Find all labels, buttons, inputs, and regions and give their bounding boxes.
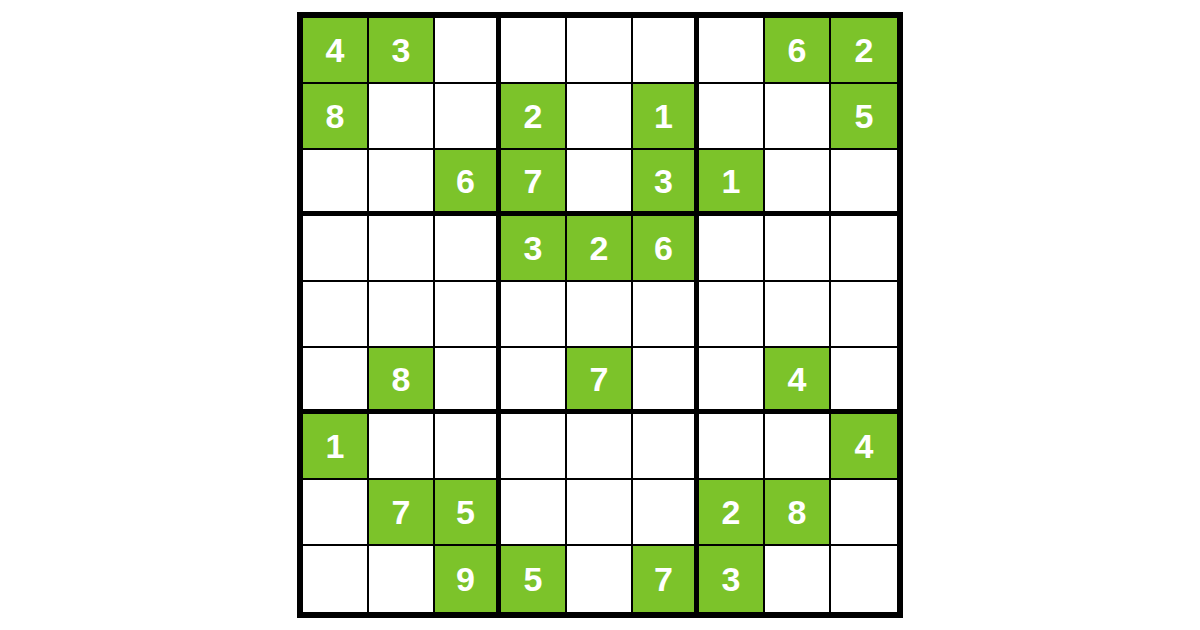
cell-r8c8[interactable]: 8 — [765, 480, 831, 546]
cell-r8c1[interactable] — [303, 480, 369, 546]
cell-r6c8[interactable]: 4 — [765, 348, 831, 414]
cell-r2c2[interactable] — [369, 84, 435, 150]
cell-r9c8[interactable] — [765, 546, 831, 612]
cell-r9c1[interactable] — [303, 546, 369, 612]
cell-r1c6[interactable] — [633, 18, 699, 84]
cell-r5c3[interactable] — [435, 282, 501, 348]
cell-r4c8[interactable] — [765, 216, 831, 282]
cell-r8c7[interactable]: 2 — [699, 480, 765, 546]
cell-r3c2[interactable] — [369, 150, 435, 216]
sudoku-grid: 4362821567313268741475289573 — [303, 18, 897, 612]
cell-r8c2[interactable]: 7 — [369, 480, 435, 546]
cell-r7c1[interactable]: 1 — [303, 414, 369, 480]
cell-r6c4[interactable] — [501, 348, 567, 414]
cell-r2c4[interactable]: 2 — [501, 84, 567, 150]
cell-r3c4[interactable]: 7 — [501, 150, 567, 216]
cell-r7c9[interactable]: 4 — [831, 414, 897, 480]
cell-r9c6[interactable]: 7 — [633, 546, 699, 612]
cell-r8c3[interactable]: 5 — [435, 480, 501, 546]
cell-r1c2[interactable]: 3 — [369, 18, 435, 84]
cell-r7c8[interactable] — [765, 414, 831, 480]
cell-r4c1[interactable] — [303, 216, 369, 282]
cell-r1c1[interactable]: 4 — [303, 18, 369, 84]
cell-r1c7[interactable] — [699, 18, 765, 84]
cell-r1c5[interactable] — [567, 18, 633, 84]
cell-r7c7[interactable] — [699, 414, 765, 480]
cell-r5c9[interactable] — [831, 282, 897, 348]
cell-r4c5[interactable]: 2 — [567, 216, 633, 282]
cell-r8c9[interactable] — [831, 480, 897, 546]
cell-r7c3[interactable] — [435, 414, 501, 480]
cell-r9c3[interactable]: 9 — [435, 546, 501, 612]
cell-r3c6[interactable]: 3 — [633, 150, 699, 216]
cell-r3c9[interactable] — [831, 150, 897, 216]
cell-r9c9[interactable] — [831, 546, 897, 612]
cell-r2c7[interactable] — [699, 84, 765, 150]
cell-r3c7[interactable]: 1 — [699, 150, 765, 216]
cell-r9c2[interactable] — [369, 546, 435, 612]
cell-r5c1[interactable] — [303, 282, 369, 348]
cell-r8c5[interactable] — [567, 480, 633, 546]
cell-r6c5[interactable]: 7 — [567, 348, 633, 414]
cell-r9c5[interactable] — [567, 546, 633, 612]
cell-r5c4[interactable] — [501, 282, 567, 348]
cell-r7c2[interactable] — [369, 414, 435, 480]
cell-r1c9[interactable]: 2 — [831, 18, 897, 84]
cell-r1c8[interactable]: 6 — [765, 18, 831, 84]
cell-r3c5[interactable] — [567, 150, 633, 216]
cell-r6c1[interactable] — [303, 348, 369, 414]
sudoku-page: 4362821567313268741475289573 — [0, 0, 1200, 630]
cell-r2c8[interactable] — [765, 84, 831, 150]
cell-r3c8[interactable] — [765, 150, 831, 216]
cell-r4c7[interactable] — [699, 216, 765, 282]
cell-r7c6[interactable] — [633, 414, 699, 480]
cell-r4c9[interactable] — [831, 216, 897, 282]
cell-r6c2[interactable]: 8 — [369, 348, 435, 414]
cell-r6c9[interactable] — [831, 348, 897, 414]
cell-r4c4[interactable]: 3 — [501, 216, 567, 282]
sudoku-board: 4362821567313268741475289573 — [297, 12, 903, 618]
cell-r2c6[interactable]: 1 — [633, 84, 699, 150]
cell-r8c4[interactable] — [501, 480, 567, 546]
cell-r4c2[interactable] — [369, 216, 435, 282]
cell-r5c6[interactable] — [633, 282, 699, 348]
cell-r6c3[interactable] — [435, 348, 501, 414]
cell-r5c2[interactable] — [369, 282, 435, 348]
cell-r2c1[interactable]: 8 — [303, 84, 369, 150]
cell-r6c7[interactable] — [699, 348, 765, 414]
cell-r4c3[interactable] — [435, 216, 501, 282]
cell-r8c6[interactable] — [633, 480, 699, 546]
cell-r5c7[interactable] — [699, 282, 765, 348]
cell-r7c5[interactable] — [567, 414, 633, 480]
cell-r3c1[interactable] — [303, 150, 369, 216]
cell-r2c3[interactable] — [435, 84, 501, 150]
cell-r5c5[interactable] — [567, 282, 633, 348]
cell-r2c5[interactable] — [567, 84, 633, 150]
cell-r9c4[interactable]: 5 — [501, 546, 567, 612]
cell-r4c6[interactable]: 6 — [633, 216, 699, 282]
cell-r1c4[interactable] — [501, 18, 567, 84]
cell-r5c8[interactable] — [765, 282, 831, 348]
cell-r1c3[interactable] — [435, 18, 501, 84]
cell-r6c6[interactable] — [633, 348, 699, 414]
cell-r9c7[interactable]: 3 — [699, 546, 765, 612]
cell-r3c3[interactable]: 6 — [435, 150, 501, 216]
cell-r7c4[interactable] — [501, 414, 567, 480]
cell-r2c9[interactable]: 5 — [831, 84, 897, 150]
